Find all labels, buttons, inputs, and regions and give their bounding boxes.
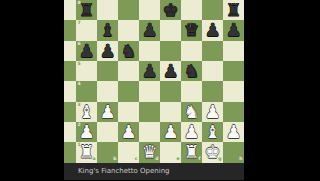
board-edge-sliver [64,0,76,20]
pillarbox-right [244,0,320,180]
rank-coordinate: 5 [78,62,81,67]
opening-name-label: King's Fianchetto Opening [64,167,170,175]
square-g2[interactable]: ♝ [202,122,223,142]
square-a7[interactable]: 7 [76,20,97,40]
white-pawn-icon[interactable]: ♟ [99,103,115,121]
white-pawn-icon[interactable]: ♟ [162,123,178,141]
square-g7[interactable]: ♟ [202,20,223,40]
square-a4[interactable]: 4 [76,81,97,101]
square-f2[interactable]: ♟ [181,122,202,142]
rank-coordinate: 1 [78,143,81,148]
square-g3[interactable]: ♟ [202,102,223,122]
board-edge-sliver [64,142,76,162]
square-d5[interactable]: ♟ [139,61,160,81]
white-pawn-icon[interactable]: ♟ [120,123,136,141]
board-edge-sliver [64,20,76,40]
rank-coordinate: 2 [78,123,81,128]
square-g4[interactable] [202,81,223,101]
square-c2[interactable]: ♟ [118,122,139,142]
square-d2[interactable] [139,122,160,142]
black-pawn-icon[interactable]: ♟ [141,21,157,39]
black-pawn-icon[interactable]: ♟ [204,21,220,39]
square-e7[interactable] [160,20,181,40]
square-b6[interactable]: ♟ [97,41,118,61]
square-h6[interactable] [223,41,244,61]
white-knight-icon[interactable]: ♞ [183,103,199,121]
square-g1[interactable]: g♚ [202,142,223,162]
square-g6[interactable] [202,41,223,61]
square-b4[interactable] [97,81,118,101]
square-e2[interactable]: ♟ [160,122,181,142]
rank-coordinate: 7 [78,21,81,26]
white-pawn-icon[interactable]: ♟ [183,123,199,141]
black-king-icon[interactable]: ♚ [162,1,178,19]
square-c7[interactable] [118,20,139,40]
square-a6[interactable]: 6♟ [76,41,97,61]
square-h7[interactable]: ♟ [223,20,244,40]
square-h3[interactable] [223,102,244,122]
file-coordinate: a [92,157,95,162]
white-rook-icon[interactable]: ♜ [183,143,199,161]
square-h1[interactable]: h [223,142,244,162]
file-coordinate: b [113,157,116,162]
square-e6[interactable] [160,41,181,61]
white-bishop-icon[interactable]: ♝ [204,123,220,141]
square-d1[interactable]: d♛ [139,142,160,162]
square-c8[interactable] [118,0,139,20]
square-c6[interactable]: ♞ [118,41,139,61]
square-f3[interactable]: ♞ [181,102,202,122]
square-g5[interactable] [202,61,223,81]
square-e8[interactable]: ♚ [160,0,181,20]
square-f6[interactable] [181,41,202,61]
file-coordinate: c [135,157,138,162]
square-f8[interactable] [181,0,202,20]
video-content: 8♜♚♜7♝♟♛♟♟6♟♟♞5♟♟♞43♝♟♞♟2♟♟♟♟♝♟1a♜bcd♛ef… [64,0,244,180]
board-edge-sliver [64,102,76,122]
white-pawn-icon[interactable]: ♟ [204,103,220,121]
file-coordinate: d [155,157,158,162]
square-a2[interactable]: 2♟ [76,122,97,142]
black-pawn-icon[interactable]: ♟ [162,62,178,80]
white-pawn-icon[interactable]: ♟ [78,123,94,141]
black-knight-icon[interactable]: ♞ [183,62,199,80]
square-e3[interactable] [160,102,181,122]
square-b1[interactable]: b [97,142,118,162]
rank-coordinate: 4 [78,82,81,87]
file-coordinate: g [218,157,221,162]
black-rook-icon[interactable]: ♜ [78,1,94,19]
black-knight-icon[interactable]: ♞ [120,42,136,60]
black-pawn-icon[interactable]: ♟ [99,42,115,60]
square-d6[interactable] [139,41,160,61]
square-c3[interactable] [118,102,139,122]
square-b8[interactable] [97,0,118,20]
black-pawn-icon[interactable]: ♟ [225,21,241,39]
square-e5[interactable]: ♟ [160,61,181,81]
black-pawn-icon[interactable]: ♟ [141,62,157,80]
video-frame: 8♜♚♜7♝♟♛♟♟6♟♟♞5♟♟♞43♝♟♞♟2♟♟♟♟♝♟1a♜bcd♛ef… [0,0,320,180]
pillarbox-left [0,0,64,180]
square-d8[interactable] [139,0,160,20]
square-d4[interactable] [139,81,160,101]
rank-coordinate: 8 [78,1,81,6]
file-coordinate: e [176,157,179,162]
square-a1[interactable]: 1a♜ [76,142,97,162]
black-queen-icon[interactable]: ♛ [183,21,199,39]
square-f7[interactable]: ♛ [181,20,202,40]
square-c4[interactable] [118,81,139,101]
square-a8[interactable]: 8♜ [76,0,97,20]
square-h4[interactable] [223,81,244,101]
rank-coordinate: 3 [78,103,81,108]
board-edge-sliver [64,122,76,142]
file-coordinate: f [199,157,201,162]
square-h2[interactable]: ♟ [223,122,244,142]
black-rook-icon[interactable]: ♜ [225,1,241,19]
square-g8[interactable] [202,0,223,20]
square-f4[interactable] [181,81,202,101]
square-f1[interactable]: f♜ [181,142,202,162]
board-edge-sliver [64,61,76,81]
caption-bar: King's Fianchetto Opening [64,163,244,181]
file-coordinate: h [239,157,242,162]
square-a5[interactable]: 5 [76,61,97,81]
square-d3[interactable] [139,102,160,122]
square-a3[interactable]: 3♝ [76,102,97,122]
square-e1[interactable]: e [160,142,181,162]
square-b2[interactable] [97,122,118,142]
square-c1[interactable]: c [118,142,139,162]
black-pawn-icon[interactable]: ♟ [78,42,94,60]
square-b5[interactable] [97,61,118,81]
black-bishop-icon[interactable]: ♝ [99,21,115,39]
square-h8[interactable]: ♜ [223,0,244,20]
square-d7[interactable]: ♟ [139,20,160,40]
white-bishop-icon[interactable]: ♝ [78,103,94,121]
white-pawn-icon[interactable]: ♟ [225,123,241,141]
square-c5[interactable] [118,61,139,81]
board-edge-sliver [64,81,76,101]
square-b3[interactable]: ♟ [97,102,118,122]
board-edge-sliver [64,41,76,61]
rank-coordinate: 6 [78,42,81,47]
square-e4[interactable] [160,81,181,101]
square-b7[interactable]: ♝ [97,20,118,40]
square-h5[interactable] [223,61,244,81]
chess-board[interactable]: 8♜♚♜7♝♟♛♟♟6♟♟♞5♟♟♞43♝♟♞♟2♟♟♟♟♝♟1a♜bcd♛ef… [64,0,244,163]
square-f5[interactable]: ♞ [181,61,202,81]
